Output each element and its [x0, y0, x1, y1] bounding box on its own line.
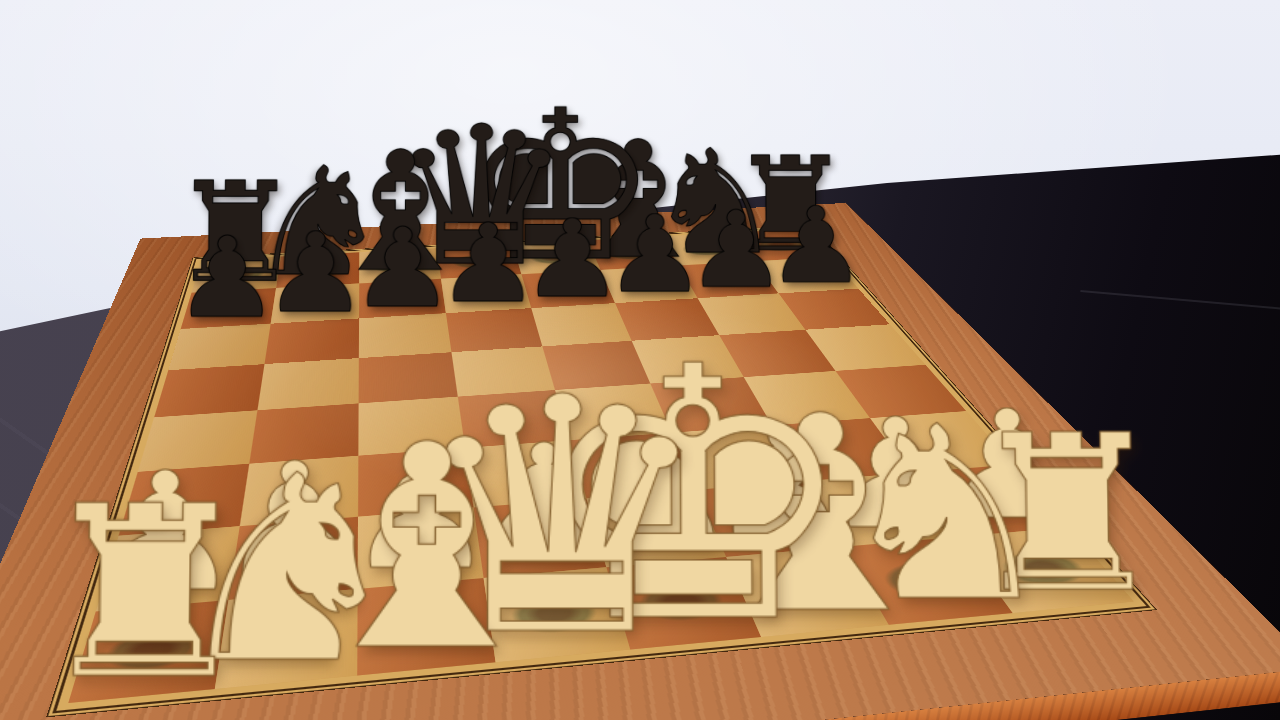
piece-black-pawn[interactable]: ♟ — [173, 234, 280, 323]
square-a5[interactable] — [154, 364, 264, 417]
square-a6[interactable] — [168, 324, 270, 370]
photo-scene: ♜♞♝♛♚♝♞♜♟♟♟♟♟♟♟♟♟♟♟♟♟♟♟♟♜♞♝♛♚♝♞♜ — [0, 0, 1280, 720]
square-c7[interactable]: ♟ — [359, 279, 446, 319]
square-b6[interactable] — [264, 318, 359, 364]
square-b7[interactable]: ♟ — [271, 283, 360, 323]
square-a1[interactable]: ♜ — [68, 600, 228, 703]
piece-white-rook[interactable]: ♜ — [32, 499, 258, 688]
square-a7[interactable]: ♟ — [181, 288, 276, 329]
